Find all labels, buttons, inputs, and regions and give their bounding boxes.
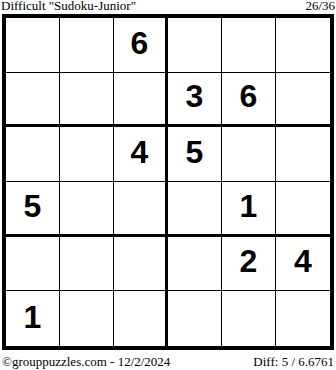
footer: ©grouppuzzles.com - 12/2/2024 Diff: 5 / … <box>2 353 334 369</box>
cell-r3c2[interactable] <box>60 127 114 182</box>
cell-r1c1[interactable] <box>6 18 60 73</box>
header: Difficult "Sudoku-Junior" 26/36 <box>1 0 335 13</box>
given-digit: 1 <box>24 301 42 333</box>
cell-r6c2[interactable] <box>60 291 114 346</box>
cell-r6c4[interactable] <box>168 291 222 346</box>
cell-r3c1[interactable] <box>6 127 60 182</box>
cell-r5c3[interactable] <box>114 237 168 292</box>
cell-r3c6[interactable] <box>276 127 330 182</box>
cell-r2c3[interactable] <box>114 73 168 128</box>
cell-r1c5[interactable] <box>222 18 276 73</box>
given-digit: 4 <box>294 245 312 277</box>
cell-r5c5[interactable]: 2 <box>222 237 276 292</box>
cell-r2c5[interactable]: 6 <box>222 73 276 128</box>
copyright-date: ©grouppuzzles.com - 12/2/2024 <box>2 354 170 369</box>
cell-r4c3[interactable] <box>114 182 168 237</box>
cell-r4c1[interactable]: 5 <box>6 182 60 237</box>
given-digit: 4 <box>131 136 149 168</box>
cell-r6c6[interactable] <box>276 291 330 346</box>
sudoku-board: 6364551241 <box>2 14 334 350</box>
given-digit: 6 <box>131 27 149 59</box>
difficulty-rating: Diff: 5 / 6.6761 <box>253 354 334 369</box>
puzzle-title: Difficult "Sudoku-Junior" <box>1 0 136 13</box>
cell-r6c3[interactable] <box>114 291 168 346</box>
cell-r5c6[interactable]: 4 <box>276 237 330 292</box>
cell-r4c2[interactable] <box>60 182 114 237</box>
cell-r4c6[interactable] <box>276 182 330 237</box>
cell-r2c1[interactable] <box>6 73 60 128</box>
cell-r6c5[interactable] <box>222 291 276 346</box>
cell-r1c6[interactable] <box>276 18 330 73</box>
cell-r1c4[interactable] <box>168 18 222 73</box>
cell-r2c2[interactable] <box>60 73 114 128</box>
cell-r1c2[interactable] <box>60 18 114 73</box>
cell-r6c1[interactable]: 1 <box>6 291 60 346</box>
cell-r2c6[interactable] <box>276 73 330 128</box>
cell-r5c4[interactable] <box>168 237 222 292</box>
given-digit: 5 <box>24 190 42 222</box>
given-digit: 3 <box>186 80 204 112</box>
cells-remaining-counter: 26/36 <box>305 0 335 13</box>
given-digit: 6 <box>240 80 258 112</box>
puzzle-page: Difficult "Sudoku-Junior" 26/36 63645512… <box>0 0 336 370</box>
cell-r1c3[interactable]: 6 <box>114 18 168 73</box>
cell-r2c4[interactable]: 3 <box>168 73 222 128</box>
cell-r3c3[interactable]: 4 <box>114 127 168 182</box>
cell-r4c5[interactable]: 1 <box>222 182 276 237</box>
given-digit: 2 <box>240 245 258 277</box>
cell-r3c4[interactable]: 5 <box>168 127 222 182</box>
cell-r4c4[interactable] <box>168 182 222 237</box>
cell-r5c2[interactable] <box>60 237 114 292</box>
given-digit: 5 <box>186 136 204 168</box>
given-digit: 1 <box>240 190 258 222</box>
cell-r5c1[interactable] <box>6 237 60 292</box>
cell-r3c5[interactable] <box>222 127 276 182</box>
